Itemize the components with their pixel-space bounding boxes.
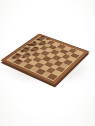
chess-set-photo: ♜♞♝♛♚♝♞♜♟♟♟♟♟♟♟♟ [0, 0, 95, 126]
